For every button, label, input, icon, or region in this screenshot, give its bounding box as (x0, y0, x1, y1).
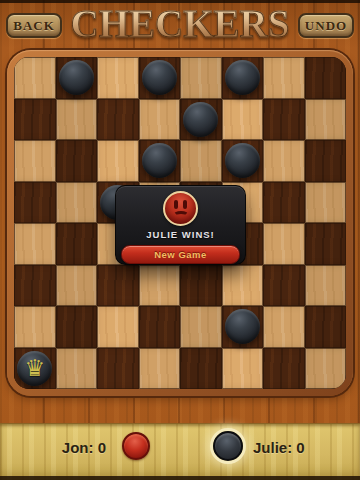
winner-message: JULIE WINS! (116, 229, 245, 240)
checker-king-black[interactable]: ♛ (17, 351, 52, 386)
sad-face-eye (183, 200, 187, 209)
checker-piece-black[interactable] (142, 143, 177, 178)
checker-piece-black[interactable] (142, 60, 177, 95)
top-edge-shadow (0, 0, 360, 3)
player-left-score: Jon: 0 (0, 439, 106, 456)
game-over-dialog: JULIE WINS! New Game (115, 185, 246, 265)
bottom-edge-shadow (0, 476, 360, 480)
player-left-piece-icon (122, 432, 150, 460)
crown-icon: ♛ (17, 351, 52, 386)
sad-face-eye (174, 200, 178, 209)
sad-face-mouth (173, 211, 189, 220)
checker-piece-black[interactable] (225, 143, 260, 178)
new-game-button[interactable]: New Game (121, 245, 240, 264)
sad-face-icon (163, 191, 198, 226)
player-right-piece-icon (213, 431, 243, 461)
checker-piece-black[interactable] (183, 102, 218, 137)
checker-piece-black[interactable] (225, 60, 260, 95)
checker-piece-black[interactable] (59, 60, 94, 95)
player-right-score: Julie: 0 (253, 439, 305, 456)
checkers-app: { "app": { "title": "CHECKERS" }, "toolb… (0, 0, 360, 480)
checker-piece-black[interactable] (225, 309, 260, 344)
undo-button[interactable]: UNDO (298, 13, 354, 38)
